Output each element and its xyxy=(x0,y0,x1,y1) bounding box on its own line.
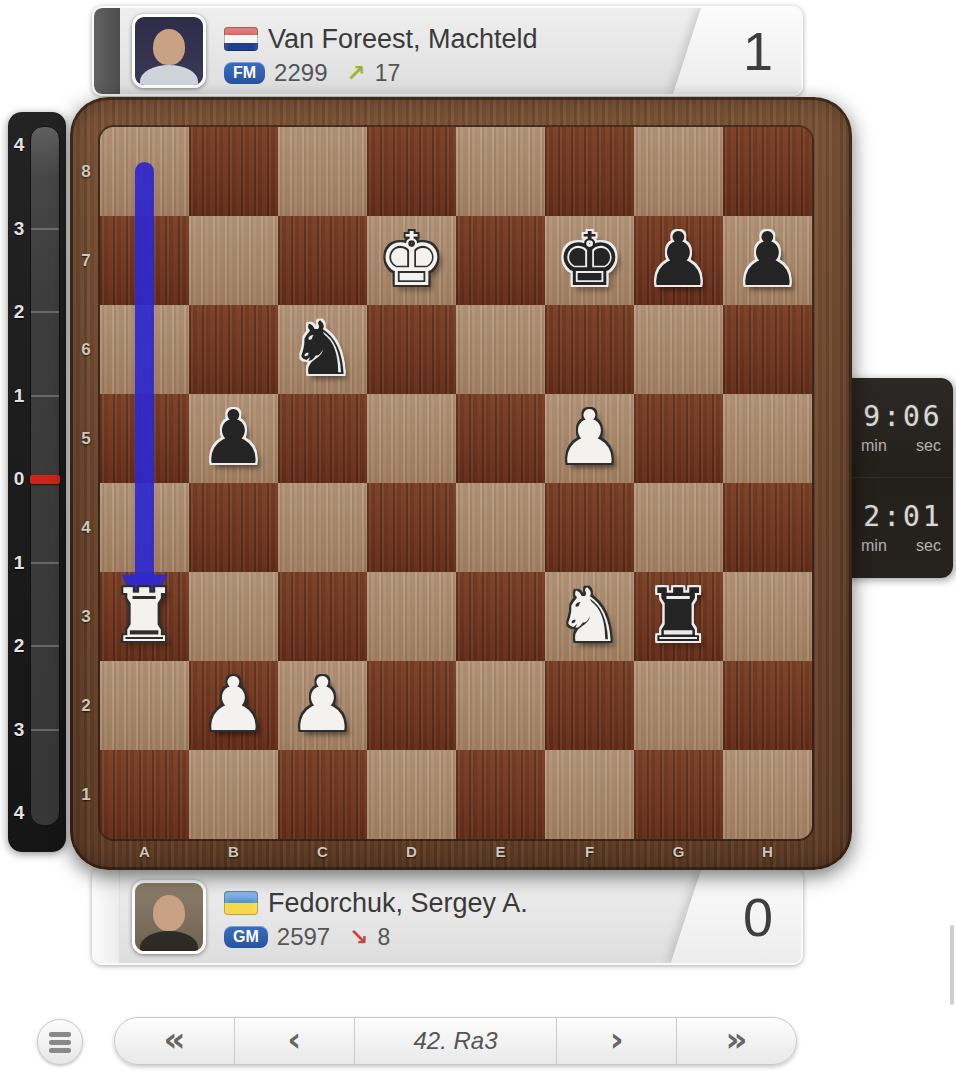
square-d5[interactable] xyxy=(367,394,456,483)
square-b6[interactable] xyxy=(189,305,278,394)
square-b4[interactable] xyxy=(189,483,278,572)
white-pawn-piece[interactable]: ♟ xyxy=(189,661,278,750)
square-e2[interactable] xyxy=(456,661,545,750)
square-d4[interactable] xyxy=(367,483,456,572)
rating-change-top: 17 xyxy=(375,60,401,87)
square-h1[interactable] xyxy=(723,750,812,839)
min-label: min xyxy=(861,437,887,455)
square-c7[interactable] xyxy=(278,216,367,305)
white-rook-piece[interactable]: ♜ xyxy=(100,572,189,661)
eval-tick-2: 2 xyxy=(10,301,28,323)
square-g1[interactable] xyxy=(634,750,723,839)
square-b5[interactable]: ♟ xyxy=(189,394,278,483)
score-wedge xyxy=(671,870,803,963)
white-pawn-piece[interactable]: ♟ xyxy=(278,661,367,750)
square-b3[interactable] xyxy=(189,572,278,661)
rank-label-1: 1 xyxy=(74,750,98,839)
square-a5[interactable] xyxy=(100,394,189,483)
square-e6[interactable] xyxy=(456,305,545,394)
last-move-button[interactable]: » xyxy=(676,1018,796,1064)
square-h7[interactable]: ♟ xyxy=(723,216,812,305)
square-f8[interactable] xyxy=(545,127,634,216)
file-label-c: C xyxy=(278,843,367,860)
avatar-body xyxy=(140,931,198,954)
eval-tick-1: 3 xyxy=(10,218,28,240)
menu-button[interactable] xyxy=(37,1019,83,1065)
eval-tick-line xyxy=(31,395,59,397)
square-f1[interactable] xyxy=(545,750,634,839)
clock-top: 9:06 min sec xyxy=(845,378,953,478)
square-f2[interactable] xyxy=(545,661,634,750)
black-pawn-piece[interactable]: ♟ xyxy=(189,394,278,483)
square-f5[interactable]: ♟ xyxy=(545,394,634,483)
broadcast-page: Van Foreest, Machteld FM 2299 ↗ 17 1 Fed… xyxy=(0,0,956,1072)
square-c6[interactable]: ♞ xyxy=(278,305,367,394)
scrollbar-thumb[interactable] xyxy=(950,925,954,1005)
eval-tick-3: 1 xyxy=(10,385,28,407)
square-a2[interactable] xyxy=(100,661,189,750)
square-a8[interactable] xyxy=(100,127,189,216)
square-e7[interactable] xyxy=(456,216,545,305)
rank-label-3: 3 xyxy=(74,572,98,661)
square-d2[interactable] xyxy=(367,661,456,750)
avatar-body xyxy=(140,65,198,88)
current-move-label: 42. Ra3 xyxy=(354,1018,557,1064)
rating-change-bottom: 8 xyxy=(377,924,390,951)
eval-tick-4: 0 xyxy=(10,468,28,490)
eval-tick-line xyxy=(31,729,59,731)
chess-board: 87654321 ABCDEFGH ♚♚♟♟♞♟♟♜♞♜♟♟ xyxy=(70,97,852,870)
evaluation-bar: 432101234 xyxy=(8,112,66,852)
title-badge-gm: GM xyxy=(224,926,268,948)
eval-marker xyxy=(30,475,60,484)
square-g5[interactable] xyxy=(634,394,723,483)
black-pawn-piece[interactable]: ♟ xyxy=(634,216,723,305)
square-f7[interactable]: ♚ xyxy=(545,216,634,305)
square-h6[interactable] xyxy=(723,305,812,394)
square-b2[interactable]: ♟ xyxy=(189,661,278,750)
eval-tick-line xyxy=(31,311,59,313)
clock-bottom: 2:01 min sec xyxy=(845,478,953,578)
square-c2[interactable]: ♟ xyxy=(278,661,367,750)
square-g6[interactable] xyxy=(634,305,723,394)
square-g8[interactable] xyxy=(634,127,723,216)
previous-move-button[interactable]: ‹ xyxy=(234,1018,354,1064)
square-b1[interactable] xyxy=(189,750,278,839)
player-info-top: Van Foreest, Machteld FM 2299 ↗ 17 xyxy=(224,8,681,94)
black-king-piece[interactable]: ♚ xyxy=(545,216,634,305)
rating-bottom: 2597 xyxy=(277,923,330,951)
square-h2[interactable] xyxy=(723,661,812,750)
player-card-bottom: Fedorchuk, Sergey A. GM 2597 ↘ 8 0 xyxy=(92,868,803,965)
rank-label-8: 8 xyxy=(74,127,98,216)
square-g3[interactable]: ♜ xyxy=(634,572,723,661)
rating-top: 2299 xyxy=(274,59,327,87)
eval-tick-5: 1 xyxy=(10,552,28,574)
netherlands-flag xyxy=(224,27,258,51)
square-c8[interactable] xyxy=(278,127,367,216)
square-c1[interactable] xyxy=(278,750,367,839)
white-knight-piece[interactable]: ♞ xyxy=(545,572,634,661)
eval-tick-line xyxy=(31,562,59,564)
file-label-g: G xyxy=(634,843,723,860)
rank-labels: 87654321 xyxy=(74,127,98,839)
rank-label-2: 2 xyxy=(74,661,98,750)
square-a7[interactable] xyxy=(100,216,189,305)
avatar-top-player xyxy=(132,14,206,88)
black-pawn-piece[interactable]: ♟ xyxy=(723,216,812,305)
avatar-bottom-player xyxy=(132,880,206,954)
square-e4[interactable] xyxy=(456,483,545,572)
square-a1[interactable] xyxy=(100,750,189,839)
player-info-bottom: Fedorchuk, Sergey A. GM 2597 ↘ 8 xyxy=(224,870,681,963)
clock-time-top: 9:06 xyxy=(845,400,953,433)
file-label-b: B xyxy=(189,843,278,860)
eval-tick-8: 4 xyxy=(10,802,28,824)
file-label-f: F xyxy=(545,843,634,860)
sec-label: sec xyxy=(916,437,941,455)
square-h8[interactable] xyxy=(723,127,812,216)
square-b7[interactable] xyxy=(189,216,278,305)
black-pieces-strip xyxy=(94,8,120,94)
square-e5[interactable] xyxy=(456,394,545,483)
square-g7[interactable]: ♟ xyxy=(634,216,723,305)
rank-label-5: 5 xyxy=(74,394,98,483)
file-label-h: H xyxy=(723,843,812,860)
square-a6[interactable] xyxy=(100,305,189,394)
rank-label-4: 4 xyxy=(74,483,98,572)
player-name-top: Van Foreest, Machteld xyxy=(268,24,538,55)
square-c5[interactable] xyxy=(278,394,367,483)
square-g4[interactable] xyxy=(634,483,723,572)
square-a4[interactable] xyxy=(100,483,189,572)
clock-panel: 9:06 min sec 2:01 min sec xyxy=(845,378,953,578)
square-h3[interactable] xyxy=(723,572,812,661)
eval-tick-line xyxy=(31,228,59,230)
square-c4[interactable] xyxy=(278,483,367,572)
sec-label: sec xyxy=(916,537,941,555)
clock-time-bottom: 2:01 xyxy=(845,500,953,533)
rating-up-arrow-icon: ↗ xyxy=(347,60,366,86)
square-a3[interactable]: ♜ xyxy=(100,572,189,661)
file-label-e: E xyxy=(456,843,545,860)
square-h4[interactable] xyxy=(723,483,812,572)
square-e8[interactable] xyxy=(456,127,545,216)
ukraine-flag xyxy=(224,891,258,915)
square-e1[interactable] xyxy=(456,750,545,839)
square-d1[interactable] xyxy=(367,750,456,839)
eval-tick-0: 4 xyxy=(10,134,28,156)
eval-tick-6: 2 xyxy=(10,635,28,657)
first-move-button[interactable]: « xyxy=(115,1018,234,1064)
white-pawn-piece[interactable]: ♟ xyxy=(545,394,634,483)
square-h5[interactable] xyxy=(723,394,812,483)
title-badge-fm: FM xyxy=(224,62,265,84)
min-label: min xyxy=(861,537,887,555)
score-wedge xyxy=(673,8,803,94)
square-e3[interactable] xyxy=(456,572,545,661)
square-d6[interactable] xyxy=(367,305,456,394)
white-pieces-strip xyxy=(94,870,120,963)
square-f4[interactable] xyxy=(545,483,634,572)
eval-tick-7: 3 xyxy=(10,719,28,741)
square-c3[interactable] xyxy=(278,572,367,661)
avatar-head xyxy=(153,29,185,65)
square-g2[interactable] xyxy=(634,661,723,750)
square-d8[interactable] xyxy=(367,127,456,216)
eval-tick-line xyxy=(31,645,59,647)
score-top: 1 xyxy=(743,20,773,82)
square-b8[interactable] xyxy=(189,127,278,216)
black-rook-piece[interactable]: ♜ xyxy=(634,572,723,661)
square-f6[interactable] xyxy=(545,305,634,394)
square-f3[interactable]: ♞ xyxy=(545,572,634,661)
player-card-top: Van Foreest, Machteld FM 2299 ↗ 17 1 xyxy=(92,6,803,96)
square-d3[interactable] xyxy=(367,572,456,661)
black-knight-piece[interactable]: ♞ xyxy=(278,305,367,394)
board-play-area: ♚♚♟♟♞♟♟♜♞♜♟♟ xyxy=(100,127,812,839)
board-squares: ♚♚♟♟♞♟♟♜♞♜♟♟ xyxy=(100,127,812,839)
square-d7[interactable]: ♚ xyxy=(367,216,456,305)
player-name-bottom: Fedorchuk, Sergey A. xyxy=(268,888,528,919)
move-navigation: « ‹ 42. Ra3 › » xyxy=(114,1017,797,1065)
white-king-piece[interactable]: ♚ xyxy=(367,216,456,305)
rating-down-arrow-icon: ↘ xyxy=(349,924,368,950)
file-label-d: D xyxy=(367,843,456,860)
rank-label-6: 6 xyxy=(74,305,98,394)
file-labels: ABCDEFGH xyxy=(100,843,812,865)
next-move-button[interactable]: › xyxy=(556,1018,676,1064)
file-label-a: A xyxy=(100,843,189,860)
hamburger-icon xyxy=(49,1032,71,1053)
rank-label-7: 7 xyxy=(74,216,98,305)
avatar-head xyxy=(153,895,185,931)
score-bottom: 0 xyxy=(743,886,773,948)
